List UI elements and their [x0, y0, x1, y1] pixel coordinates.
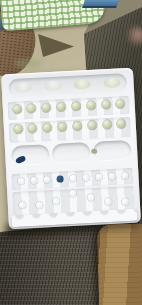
piece-head — [36, 202, 43, 209]
chess-piece-green — [71, 121, 84, 140]
green-chip — [91, 149, 97, 154]
floor-smudge — [14, 58, 42, 69]
chess-piece-green — [41, 123, 54, 142]
blurred-foot — [126, 26, 142, 48]
piece-head — [18, 201, 25, 208]
piece-head — [122, 198, 129, 205]
piece-head — [117, 119, 126, 128]
blue-object — [82, 0, 120, 8]
piece-head — [87, 121, 96, 130]
piece-head — [70, 190, 77, 197]
piece-head — [87, 194, 94, 201]
chess-piece-green — [12, 124, 25, 143]
photo-scene — [0, 0, 142, 305]
piece-head — [43, 123, 52, 132]
piece-head — [72, 121, 81, 130]
piece-head — [53, 198, 60, 205]
chess-piece-green — [27, 124, 40, 143]
piece-head — [102, 120, 111, 129]
cardboard-sheet — [97, 223, 142, 305]
green-piece-row-front — [11, 103, 129, 143]
chess-piece-green — [101, 120, 114, 139]
chess-piece-green — [56, 122, 69, 141]
piece-head — [58, 122, 67, 131]
piece-head — [13, 125, 22, 134]
piece-head — [105, 198, 112, 205]
chess-piece-green — [115, 119, 128, 138]
piece-head — [28, 124, 37, 133]
floor-shadow-triangle — [38, 32, 74, 57]
chess-piece-green — [86, 121, 99, 140]
foam-tray — [1, 68, 141, 230]
